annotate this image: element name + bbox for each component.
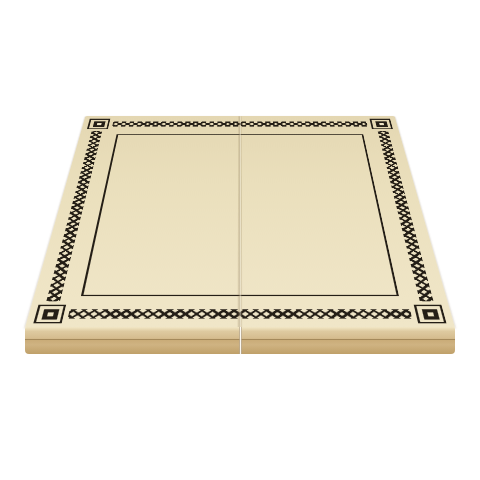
box-side-edge [25, 327, 455, 354]
corner-motif-front-left [33, 305, 66, 324]
chessboard [25, 116, 456, 328]
chess-set-photo [0, 0, 480, 480]
corner-motif-back-left [87, 119, 111, 129]
corner-motif-front-right [414, 305, 447, 324]
corner-motif-back-right [369, 119, 393, 129]
board-surface [25, 116, 456, 328]
box-hinge-gap [239, 327, 242, 354]
